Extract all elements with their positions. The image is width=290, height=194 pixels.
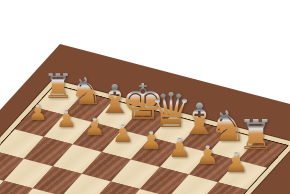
piece-white-pawn[interactable]: ♟ — [28, 101, 48, 123]
chess-set-photo: ♜♞♝♚♛♝♞♜♟♟♟♟♟♟♟♟ — [0, 0, 290, 194]
piece-white-rook[interactable]: ♜ — [43, 69, 73, 103]
piece-white-pawn[interactable]: ♟ — [112, 122, 134, 146]
piece-white-pawn[interactable]: ♟ — [56, 108, 77, 131]
piece-white-pawn[interactable]: ♟ — [196, 142, 219, 168]
piece-white-pawn[interactable]: ♟ — [84, 115, 106, 139]
piece-white-pawn[interactable]: ♟ — [140, 128, 162, 153]
piece-white-pawn[interactable]: ♟ — [224, 149, 248, 176]
piece-white-pawn[interactable]: ♟ — [168, 135, 191, 161]
